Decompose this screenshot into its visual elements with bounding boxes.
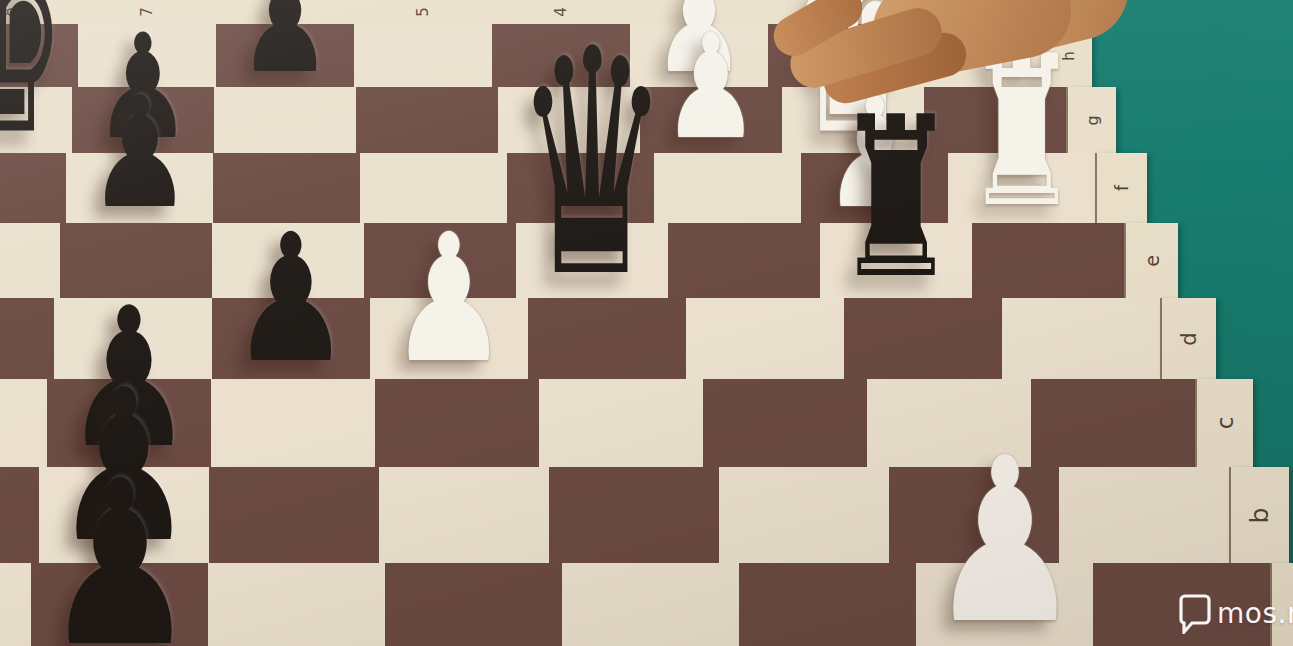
square-d6[interactable]: ♟ bbox=[212, 298, 370, 379]
square-b4[interactable] bbox=[549, 467, 719, 563]
square-e3[interactable] bbox=[668, 223, 820, 298]
square-f8[interactable] bbox=[0, 153, 66, 223]
square-g6[interactable] bbox=[214, 87, 356, 153]
square-b5[interactable] bbox=[379, 467, 549, 563]
square-c6[interactable] bbox=[211, 379, 375, 467]
black-king-g8[interactable]: ♚ bbox=[0, 0, 67, 145]
square-c8[interactable] bbox=[0, 379, 47, 467]
white-rook-f1[interactable]: ♜ bbox=[964, 49, 1079, 215]
square-a6[interactable] bbox=[208, 563, 385, 646]
square-f1[interactable]: ♜ bbox=[948, 153, 1095, 223]
file-label-d: d bbox=[1160, 298, 1216, 379]
square-c5[interactable] bbox=[375, 379, 539, 467]
black-pawn-f7[interactable]: ♟ bbox=[87, 92, 191, 215]
rank-label-5: 5 bbox=[354, 0, 492, 26]
file-label-text: g bbox=[1083, 115, 1102, 125]
watermark-text: mos.ru bbox=[1217, 597, 1293, 630]
rank-label-text: 5 bbox=[414, 7, 432, 17]
speech-bubble-icon bbox=[1178, 592, 1212, 634]
file-label-text: d bbox=[1177, 332, 1201, 345]
file-label-e: e bbox=[1124, 223, 1178, 298]
mosru-watermark: mos.ru bbox=[1178, 592, 1293, 634]
square-c3[interactable] bbox=[703, 379, 867, 467]
file-label-f: f bbox=[1095, 153, 1147, 223]
square-d4[interactable] bbox=[528, 298, 686, 379]
square-e4[interactable]: ♛ bbox=[516, 223, 668, 298]
square-e2[interactable]: ♜ bbox=[820, 223, 972, 298]
black-pawn-d6[interactable]: ♟ bbox=[231, 227, 351, 369]
square-g8[interactable]: ♚ bbox=[0, 87, 72, 153]
square-f7[interactable]: ♟ bbox=[66, 153, 213, 223]
black-pawn-a7[interactable]: ♟ bbox=[42, 473, 197, 646]
black-rook-e2[interactable]: ♜ bbox=[834, 112, 957, 289]
square-b1[interactable] bbox=[1059, 467, 1229, 563]
square-a2[interactable]: ♟ bbox=[916, 563, 1093, 646]
board-row-file-a: ♟♟a bbox=[0, 563, 1293, 646]
square-a7[interactable]: ♟ bbox=[31, 563, 208, 646]
chess-photo-scene: 87654321♟♟h♚♟♟♚g♟♟♜f♛♜e♟♟d♟c♟b♟♟a mos.ru bbox=[0, 0, 1293, 646]
square-a3[interactable] bbox=[739, 563, 916, 646]
square-h6[interactable]: ♟ bbox=[216, 24, 354, 87]
white-pawn-a2[interactable]: ♟ bbox=[927, 450, 1082, 632]
black-queen-e4[interactable]: ♛ bbox=[515, 39, 670, 289]
file-label-text: f bbox=[1112, 185, 1132, 191]
square-d3[interactable] bbox=[686, 298, 844, 379]
file-label-text: e bbox=[1141, 255, 1163, 267]
square-b8[interactable] bbox=[0, 467, 39, 563]
file-label-b: b bbox=[1229, 467, 1289, 563]
square-g5[interactable] bbox=[356, 87, 498, 153]
square-h5[interactable] bbox=[354, 24, 492, 87]
square-d5[interactable]: ♟ bbox=[370, 298, 528, 379]
square-b6[interactable] bbox=[209, 467, 379, 563]
white-pawn-g3[interactable]: ♟ bbox=[662, 29, 760, 145]
square-e1[interactable] bbox=[972, 223, 1124, 298]
square-e8[interactable] bbox=[0, 223, 60, 298]
square-f3[interactable] bbox=[654, 153, 801, 223]
file-label-c: c bbox=[1195, 379, 1253, 467]
square-d2[interactable] bbox=[844, 298, 1002, 379]
black-pawn-h6[interactable]: ♟ bbox=[238, 0, 332, 79]
square-a4[interactable] bbox=[562, 563, 739, 646]
file-label-text: b bbox=[1246, 507, 1275, 523]
square-d8[interactable] bbox=[0, 298, 54, 379]
square-c4[interactable] bbox=[539, 379, 703, 467]
white-pawn-d5[interactable]: ♟ bbox=[389, 227, 509, 369]
square-a5[interactable] bbox=[385, 563, 562, 646]
square-b3[interactable] bbox=[719, 467, 889, 563]
file-label-text: c bbox=[1212, 417, 1238, 430]
square-a8[interactable] bbox=[0, 563, 31, 646]
square-d1[interactable] bbox=[1002, 298, 1160, 379]
